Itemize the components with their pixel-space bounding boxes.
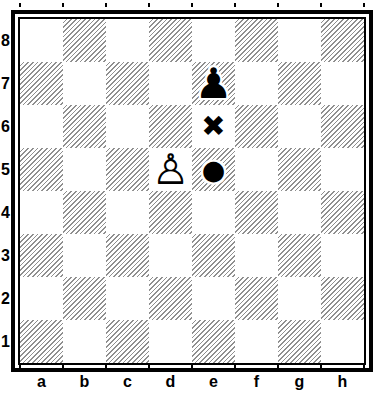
square-h1[interactable]: [321, 320, 364, 363]
square-b6[interactable]: [63, 105, 106, 148]
rank-label-4: 4: [0, 191, 11, 234]
square-f1[interactable]: [235, 320, 278, 363]
chess-diagram: 87654321 ♟✖♙● abcdefgh: [0, 0, 387, 394]
rank-label-5: 5: [0, 148, 11, 191]
rank-labels: 87654321: [0, 19, 11, 363]
square-e7[interactable]: ♟: [192, 62, 235, 105]
square-g6[interactable]: [278, 105, 321, 148]
border-tick: [191, 365, 193, 369]
border-tick: [148, 365, 150, 369]
file-label-c: c: [106, 373, 149, 391]
square-c6[interactable]: [106, 105, 149, 148]
square-f6[interactable]: [235, 105, 278, 148]
square-d5[interactable]: ♙: [149, 148, 192, 191]
square-h5[interactable]: [321, 148, 364, 191]
square-d8[interactable]: [149, 19, 192, 62]
border-tick: [148, 3, 150, 7]
square-e2[interactable]: [192, 277, 235, 320]
border-tick: [320, 3, 322, 7]
square-e4[interactable]: [192, 191, 235, 234]
file-label-e: e: [192, 373, 235, 391]
file-label-f: f: [235, 373, 278, 391]
border-tick: [105, 3, 107, 7]
square-g7[interactable]: [278, 62, 321, 105]
square-g4[interactable]: [278, 191, 321, 234]
square-a7[interactable]: [20, 62, 63, 105]
border-tick: [277, 365, 279, 369]
square-e5[interactable]: ●: [192, 148, 235, 191]
square-c1[interactable]: [106, 320, 149, 363]
square-f7[interactable]: [235, 62, 278, 105]
square-d2[interactable]: [149, 277, 192, 320]
square-c8[interactable]: [106, 19, 149, 62]
square-e8[interactable]: [192, 19, 235, 62]
white-pawn: ♙: [152, 149, 190, 191]
file-labels: abcdefgh: [20, 373, 364, 391]
square-g1[interactable]: [278, 320, 321, 363]
square-h4[interactable]: [321, 191, 364, 234]
square-g8[interactable]: [278, 19, 321, 62]
square-f4[interactable]: [235, 191, 278, 234]
square-c2[interactable]: [106, 277, 149, 320]
square-b8[interactable]: [63, 19, 106, 62]
border-tick: [363, 365, 365, 369]
file-label-h: h: [321, 373, 364, 391]
rank-label-1: 1: [0, 320, 11, 363]
square-a5[interactable]: [20, 148, 63, 191]
square-d3[interactable]: [149, 234, 192, 277]
square-d7[interactable]: [149, 62, 192, 105]
dot-marker-icon: ●: [202, 156, 226, 183]
border-tick: [19, 365, 21, 369]
square-d4[interactable]: [149, 191, 192, 234]
square-c4[interactable]: [106, 191, 149, 234]
square-f2[interactable]: [235, 277, 278, 320]
border-tick: [191, 3, 193, 7]
border-tick: [234, 365, 236, 369]
file-label-a: a: [20, 373, 63, 391]
square-a2[interactable]: [20, 277, 63, 320]
square-h7[interactable]: [321, 62, 364, 105]
square-h2[interactable]: [321, 277, 364, 320]
square-c5[interactable]: [106, 148, 149, 191]
border-tick: [105, 365, 107, 369]
square-b2[interactable]: [63, 277, 106, 320]
cross-marker-icon: ✖: [201, 112, 225, 141]
square-d6[interactable]: [149, 105, 192, 148]
square-f5[interactable]: [235, 148, 278, 191]
border-tick: [62, 3, 64, 7]
square-a1[interactable]: [20, 320, 63, 363]
square-a3[interactable]: [20, 234, 63, 277]
board-grid: ♟✖♙●: [20, 19, 364, 363]
square-f8[interactable]: [235, 19, 278, 62]
rank-label-3: 3: [0, 234, 11, 277]
file-label-d: d: [149, 373, 192, 391]
square-d1[interactable]: [149, 320, 192, 363]
square-a6[interactable]: [20, 105, 63, 148]
square-h8[interactable]: [321, 19, 364, 62]
border-tick: [320, 365, 322, 369]
square-e1[interactable]: [192, 320, 235, 363]
square-h6[interactable]: [321, 105, 364, 148]
square-c3[interactable]: [106, 234, 149, 277]
square-b4[interactable]: [63, 191, 106, 234]
square-a8[interactable]: [20, 19, 63, 62]
border-tick: [277, 3, 279, 7]
square-b5[interactable]: [63, 148, 106, 191]
square-h3[interactable]: [321, 234, 364, 277]
black-pawn: ♟: [195, 63, 233, 105]
square-e6[interactable]: ✖: [192, 105, 235, 148]
file-label-b: b: [63, 373, 106, 391]
rank-label-2: 2: [0, 277, 11, 320]
rank-label-8: 8: [0, 19, 11, 62]
rank-label-6: 6: [0, 105, 11, 148]
rank-label-7: 7: [0, 62, 11, 105]
square-a4[interactable]: [20, 191, 63, 234]
square-c7[interactable]: [106, 62, 149, 105]
square-g2[interactable]: [278, 277, 321, 320]
board-inner-frame: ♟✖♙●: [18, 17, 366, 365]
border-tick: [234, 3, 236, 7]
square-g3[interactable]: [278, 234, 321, 277]
border-tick: [62, 365, 64, 369]
chess-board: ♟✖♙●: [11, 10, 373, 372]
border-tick: [19, 3, 21, 7]
square-b1[interactable]: [63, 320, 106, 363]
square-b7[interactable]: [63, 62, 106, 105]
border-tick: [363, 3, 365, 7]
square-b3[interactable]: [63, 234, 106, 277]
square-g5[interactable]: [278, 148, 321, 191]
file-label-g: g: [278, 373, 321, 391]
square-f3[interactable]: [235, 234, 278, 277]
square-e3[interactable]: [192, 234, 235, 277]
